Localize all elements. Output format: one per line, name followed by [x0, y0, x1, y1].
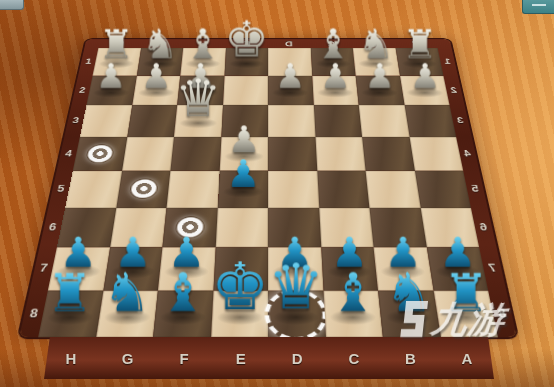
- black-pawn-e5[interactable]: ♟: [226, 155, 260, 193]
- board-front-edge: HGFEDCBA: [44, 337, 494, 379]
- rank-label-left-6: 6: [44, 221, 61, 232]
- black-knight-b8[interactable]: ♞: [385, 265, 433, 319]
- square-b4[interactable]: [362, 137, 414, 171]
- top-right-button[interactable]: [522, 0, 554, 14]
- white-pawn-d2[interactable]: ♟: [275, 59, 306, 93]
- file-label-bottom-C: C: [343, 350, 365, 367]
- rank-label-left-1: 1: [81, 58, 95, 66]
- square-e1[interactable]: ♚: [224, 48, 268, 76]
- black-queen-d8[interactable]: ♛: [268, 256, 324, 319]
- file-label-bottom-H: H: [60, 350, 82, 367]
- square-h2[interactable]: ♟: [86, 76, 136, 106]
- board-grid: ♜♞♝♚♝♞♜♟♟♟♟♟♟♟♛♟♟♟♟♟♟♟♟♟♜♞♝♚♛♝♞♜: [38, 48, 498, 337]
- square-b2[interactable]: ♟: [356, 76, 404, 106]
- square-h3[interactable]: [80, 105, 132, 137]
- white-pawn-b2[interactable]: ♟: [365, 59, 396, 93]
- chess-board: 1234567812345678HGFEDCBA ♜♞♝♚♝♞♜♟♟♟♟♟♟♟♛…: [19, 39, 517, 337]
- square-f8[interactable]: ♝: [153, 290, 213, 337]
- file-label-bottom-D: D: [286, 350, 308, 367]
- game-table-background: 1234567812345678HGFEDCBA ♜♞♝♚♝♞♜♟♟♟♟♟♟♟♛…: [0, 0, 554, 387]
- file-label-top-G: G: [156, 40, 169, 48]
- black-king-e8[interactable]: ♚: [211, 254, 269, 319]
- square-g2[interactable]: ♟: [132, 76, 180, 106]
- white-pawn-c2[interactable]: ♟: [320, 59, 351, 93]
- rank-label-right-2: 2: [446, 86, 461, 95]
- rank-label-right-5: 5: [467, 184, 484, 195]
- white-pawn-a2[interactable]: ♟: [409, 59, 440, 93]
- button-glyph: [532, 4, 546, 6]
- rank-label-left-2: 2: [75, 86, 90, 95]
- legal-move-indicator-h4[interactable]: [85, 144, 115, 163]
- rank-label-right-4: 4: [460, 149, 476, 159]
- rank-label-right-6: 6: [475, 221, 492, 232]
- file-label-top-E: E: [241, 40, 253, 48]
- square-c3[interactable]: [313, 105, 362, 137]
- square-a4[interactable]: [409, 137, 463, 171]
- square-c5[interactable]: [317, 171, 370, 208]
- rank-label-left-5: 5: [52, 184, 69, 195]
- square-b5[interactable]: [366, 171, 421, 208]
- top-left-button[interactable]: [0, 0, 24, 10]
- file-label-top-A: A: [409, 40, 423, 48]
- square-h8[interactable]: ♜: [38, 290, 103, 337]
- file-label-bottom-E: E: [230, 350, 252, 367]
- black-rook-h8[interactable]: ♜: [47, 266, 94, 318]
- square-f3[interactable]: ♛: [174, 105, 223, 137]
- square-a3[interactable]: [404, 105, 456, 137]
- square-e5[interactable]: ♟: [217, 171, 268, 208]
- white-pawn-h2[interactable]: ♟: [96, 59, 127, 93]
- square-b3[interactable]: [359, 105, 409, 137]
- rank-label-right-1: 1: [441, 58, 455, 66]
- square-d3[interactable]: [268, 105, 315, 137]
- file-label-top-F: F: [198, 40, 211, 48]
- legal-move-indicator-g5[interactable]: [128, 179, 158, 199]
- square-f5[interactable]: [167, 171, 220, 208]
- file-label-bottom-F: F: [173, 350, 195, 367]
- square-d5[interactable]: [268, 171, 319, 208]
- file-label-top-H: H: [114, 40, 128, 48]
- white-pawn-g2[interactable]: ♟: [141, 59, 172, 93]
- rank-label-right-8: 8: [493, 306, 512, 320]
- file-label-top-B: B: [367, 40, 380, 48]
- square-a5[interactable]: [414, 171, 470, 208]
- rank-label-right-3: 3: [453, 116, 468, 125]
- square-h5[interactable]: [65, 171, 121, 208]
- black-rook-a8[interactable]: ♜: [442, 266, 489, 318]
- square-g5[interactable]: [116, 171, 171, 208]
- file-label-top-D: D: [283, 40, 295, 48]
- square-g8[interactable]: ♞: [96, 290, 158, 337]
- square-d2[interactable]: ♟: [268, 76, 313, 106]
- board-scene: 1234567812345678HGFEDCBA ♜♞♝♚♝♞♜♟♟♟♟♟♟♟♛…: [58, 0, 478, 367]
- file-label-bottom-A: A: [456, 350, 478, 367]
- black-knight-g8[interactable]: ♞: [103, 265, 151, 319]
- square-c8[interactable]: ♝: [323, 290, 383, 337]
- file-label-top-C: C: [325, 40, 338, 48]
- square-f4[interactable]: [170, 137, 221, 171]
- square-e6[interactable]: [215, 207, 268, 247]
- square-a8[interactable]: ♜: [433, 290, 498, 337]
- file-label-bottom-G: G: [117, 350, 139, 367]
- file-label-bottom-B: B: [399, 350, 421, 367]
- square-g3[interactable]: [127, 105, 177, 137]
- square-g4[interactable]: [122, 137, 174, 171]
- white-queen-f3[interactable]: ♛: [175, 73, 221, 125]
- square-e2[interactable]: [223, 76, 268, 106]
- square-a2[interactable]: ♟: [400, 76, 450, 106]
- square-c4[interactable]: [315, 137, 366, 171]
- black-bishop-f8[interactable]: ♝: [159, 265, 207, 319]
- square-h4[interactable]: [73, 137, 127, 171]
- square-d4[interactable]: [268, 137, 317, 171]
- black-bishop-c8[interactable]: ♝: [329, 265, 377, 319]
- square-c2[interactable]: ♟: [312, 76, 359, 106]
- square-d8[interactable]: ♛: [268, 290, 325, 337]
- rank-label-left-3: 3: [68, 116, 83, 125]
- rank-label-left-4: 4: [60, 149, 76, 159]
- square-b8[interactable]: ♞: [378, 290, 440, 337]
- square-e8[interactable]: ♚: [211, 290, 268, 337]
- rank-label-left-8: 8: [24, 306, 43, 320]
